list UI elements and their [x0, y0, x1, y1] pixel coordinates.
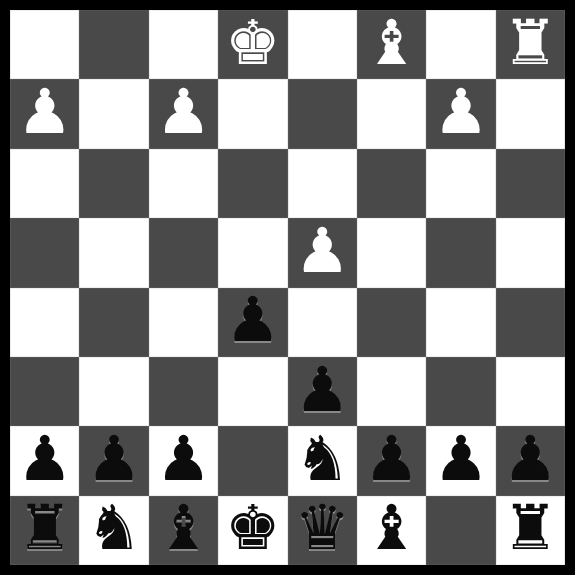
square-a1[interactable]: ♜: [496, 10, 565, 79]
white-pawn-icon[interactable]: ♟: [156, 81, 212, 143]
board-frame: ♚♝♜♟♟♟♟♟♟♟♟♟♞♟♟♟♜♞♝♚♛♝♜: [0, 0, 575, 575]
square-b2[interactable]: ♟: [426, 79, 495, 148]
chess-board: ♚♝♜♟♟♟♟♟♟♟♟♟♞♟♟♟♜♞♝♚♛♝♜: [10, 10, 565, 565]
square-c5[interactable]: [357, 288, 426, 357]
square-f4[interactable]: [149, 218, 218, 287]
square-b1[interactable]: [426, 10, 495, 79]
square-d7[interactable]: ♞: [288, 426, 357, 495]
square-g7[interactable]: ♟: [79, 426, 148, 495]
square-c7[interactable]: ♟: [357, 426, 426, 495]
square-h6[interactable]: [10, 357, 79, 426]
white-rook-icon[interactable]: ♜: [503, 12, 559, 74]
white-king-icon[interactable]: ♚: [225, 12, 281, 74]
white-pawn-icon[interactable]: ♟: [433, 81, 489, 143]
square-c1[interactable]: ♝: [357, 10, 426, 79]
square-h3[interactable]: [10, 149, 79, 218]
square-d5[interactable]: [288, 288, 357, 357]
black-bishop-icon[interactable]: ♝: [364, 497, 420, 559]
square-g2[interactable]: [79, 79, 148, 148]
square-a4[interactable]: [496, 218, 565, 287]
black-pawn-icon[interactable]: ♟: [86, 428, 142, 490]
square-h8[interactable]: ♜: [10, 496, 79, 565]
square-a6[interactable]: [496, 357, 565, 426]
white-pawn-icon[interactable]: ♟: [17, 81, 73, 143]
square-f8[interactable]: ♝: [149, 496, 218, 565]
black-queen-icon[interactable]: ♛: [294, 497, 350, 559]
black-pawn-icon[interactable]: ♟: [433, 428, 489, 490]
square-b5[interactable]: [426, 288, 495, 357]
square-b3[interactable]: [426, 149, 495, 218]
black-pawn-icon[interactable]: ♟: [294, 359, 350, 421]
square-c2[interactable]: [357, 79, 426, 148]
square-a3[interactable]: [496, 149, 565, 218]
square-g4[interactable]: [79, 218, 148, 287]
square-h2[interactable]: ♟: [10, 79, 79, 148]
square-e2[interactable]: [218, 79, 287, 148]
square-g8[interactable]: ♞: [79, 496, 148, 565]
black-pawn-icon[interactable]: ♟: [503, 428, 559, 490]
square-h4[interactable]: [10, 218, 79, 287]
square-d6[interactable]: ♟: [288, 357, 357, 426]
black-pawn-icon[interactable]: ♟: [17, 428, 73, 490]
square-c4[interactable]: [357, 218, 426, 287]
square-h5[interactable]: [10, 288, 79, 357]
square-h7[interactable]: ♟: [10, 426, 79, 495]
square-b4[interactable]: [426, 218, 495, 287]
square-e3[interactable]: [218, 149, 287, 218]
square-c3[interactable]: [357, 149, 426, 218]
square-b6[interactable]: [426, 357, 495, 426]
square-g1[interactable]: [79, 10, 148, 79]
white-pawn-icon[interactable]: ♟: [294, 220, 350, 282]
square-f6[interactable]: [149, 357, 218, 426]
square-e7[interactable]: [218, 426, 287, 495]
square-d8[interactable]: ♛: [288, 496, 357, 565]
black-rook-icon[interactable]: ♜: [17, 497, 73, 559]
square-g3[interactable]: [79, 149, 148, 218]
square-g6[interactable]: [79, 357, 148, 426]
square-b8[interactable]: [426, 496, 495, 565]
square-a5[interactable]: [496, 288, 565, 357]
white-bishop-icon[interactable]: ♝: [364, 12, 420, 74]
black-pawn-icon[interactable]: ♟: [364, 428, 420, 490]
square-d1[interactable]: [288, 10, 357, 79]
square-d3[interactable]: [288, 149, 357, 218]
square-b7[interactable]: ♟: [426, 426, 495, 495]
square-a8[interactable]: ♜: [496, 496, 565, 565]
square-a7[interactable]: ♟: [496, 426, 565, 495]
square-g5[interactable]: [79, 288, 148, 357]
black-pawn-icon[interactable]: ♟: [225, 289, 281, 351]
black-knight-icon[interactable]: ♞: [294, 428, 350, 490]
square-d2[interactable]: [288, 79, 357, 148]
square-f1[interactable]: [149, 10, 218, 79]
black-rook-icon[interactable]: ♜: [503, 497, 559, 559]
black-king-icon[interactable]: ♚: [225, 497, 281, 559]
square-e8[interactable]: ♚: [218, 496, 287, 565]
black-pawn-icon[interactable]: ♟: [156, 428, 212, 490]
black-bishop-icon[interactable]: ♝: [156, 497, 212, 559]
square-f5[interactable]: [149, 288, 218, 357]
square-e1[interactable]: ♚: [218, 10, 287, 79]
square-e4[interactable]: [218, 218, 287, 287]
square-f7[interactable]: ♟: [149, 426, 218, 495]
square-e6[interactable]: [218, 357, 287, 426]
square-f3[interactable]: [149, 149, 218, 218]
square-c6[interactable]: [357, 357, 426, 426]
square-h1[interactable]: [10, 10, 79, 79]
square-a2[interactable]: [496, 79, 565, 148]
black-knight-icon[interactable]: ♞: [86, 497, 142, 559]
square-d4[interactable]: ♟: [288, 218, 357, 287]
square-f2[interactable]: ♟: [149, 79, 218, 148]
square-e5[interactable]: ♟: [218, 288, 287, 357]
square-c8[interactable]: ♝: [357, 496, 426, 565]
